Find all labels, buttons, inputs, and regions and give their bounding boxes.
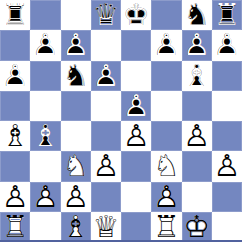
square-c6[interactable]: ♞♘ <box>61 61 91 91</box>
square-h8[interactable]: ♜♖ <box>212 0 242 30</box>
piece-black-pawn-g7[interactable]: ♟♙ <box>182 30 212 60</box>
piece-glyph-stroke: ♙ <box>61 30 91 60</box>
square-c2[interactable]: ♟♙ <box>61 182 91 212</box>
piece-white-rook-a1[interactable]: ♜♖ <box>0 212 30 242</box>
square-e8[interactable]: ♚♔ <box>121 0 151 30</box>
square-g2[interactable] <box>182 182 212 212</box>
square-a7[interactable] <box>0 30 30 60</box>
piece-glyph-stroke: ♘ <box>182 0 212 30</box>
square-d8[interactable]: ♛♕ <box>91 0 121 30</box>
square-f2[interactable]: ♟♙ <box>151 182 181 212</box>
piece-black-knight-g8[interactable]: ♞♘ <box>182 0 212 30</box>
square-g8[interactable]: ♞♘ <box>182 0 212 30</box>
piece-glyph-stroke: ♘ <box>151 151 181 181</box>
square-b4[interactable]: ♝♗ <box>30 121 60 151</box>
square-f1[interactable]: ♜♖ <box>151 212 181 242</box>
piece-glyph-stroke: ♙ <box>30 30 60 60</box>
piece-black-pawn-h7[interactable]: ♟♙ <box>212 30 242 60</box>
piece-black-pawn-d6[interactable]: ♟♙ <box>91 61 121 91</box>
piece-white-queen-d1[interactable]: ♛♕ <box>91 212 121 242</box>
piece-black-pawn-f7[interactable]: ♟♙ <box>151 30 181 60</box>
piece-white-rook-f1[interactable]: ♜♖ <box>151 212 181 242</box>
square-b8[interactable] <box>30 0 60 30</box>
chess-board-grid: ♜♖♛♕♚♔♞♘♜♖♟♙♟♙♟♙♟♙♟♙♟♙♞♘♟♙♝♗♟♙♝♗♝♗♟♙♟♙♞♘… <box>0 0 242 242</box>
piece-glyph-stroke: ♘ <box>61 61 91 91</box>
square-e2[interactable] <box>121 182 151 212</box>
piece-black-pawn-e5[interactable]: ♟♙ <box>121 91 151 121</box>
piece-white-pawn-c2[interactable]: ♟♙ <box>61 182 91 212</box>
square-c3[interactable]: ♞♘ <box>61 151 91 181</box>
piece-glyph-stroke: ♙ <box>61 182 91 212</box>
square-c1[interactable]: ♝♗ <box>61 212 91 242</box>
piece-white-pawn-h3[interactable]: ♟♙ <box>212 151 242 181</box>
square-g7[interactable]: ♟♙ <box>182 30 212 60</box>
square-f4[interactable] <box>151 121 181 151</box>
piece-white-pawn-b2[interactable]: ♟♙ <box>30 182 60 212</box>
square-a8[interactable]: ♜♖ <box>0 0 30 30</box>
piece-glyph-stroke: ♗ <box>61 212 91 242</box>
square-h5[interactable] <box>212 91 242 121</box>
square-b7[interactable]: ♟♙ <box>30 30 60 60</box>
square-e7[interactable] <box>121 30 151 60</box>
piece-glyph-stroke: ♗ <box>30 121 60 151</box>
square-d1[interactable]: ♛♕ <box>91 212 121 242</box>
square-f7[interactable]: ♟♙ <box>151 30 181 60</box>
square-g1[interactable]: ♚♔ <box>182 212 212 242</box>
square-e5[interactable]: ♟♙ <box>121 91 151 121</box>
square-b2[interactable]: ♟♙ <box>30 182 60 212</box>
piece-black-king-e8[interactable]: ♚♔ <box>121 0 151 30</box>
square-f5[interactable] <box>151 91 181 121</box>
piece-black-pawn-c7[interactable]: ♟♙ <box>61 30 91 60</box>
square-d3[interactable]: ♟♙ <box>91 151 121 181</box>
square-c5[interactable] <box>61 91 91 121</box>
piece-white-king-g1[interactable]: ♚♔ <box>182 212 212 242</box>
piece-black-pawn-b7[interactable]: ♟♙ <box>30 30 60 60</box>
square-f6[interactable] <box>151 61 181 91</box>
piece-glyph-stroke: ♙ <box>91 151 121 181</box>
piece-black-bishop-b4[interactable]: ♝♗ <box>30 121 60 151</box>
piece-white-bishop-c1[interactable]: ♝♗ <box>61 212 91 242</box>
square-e3[interactable] <box>121 151 151 181</box>
piece-glyph-stroke: ♙ <box>182 30 212 60</box>
piece-white-pawn-f2[interactable]: ♟♙ <box>151 182 181 212</box>
square-h3[interactable]: ♟♙ <box>212 151 242 181</box>
square-a4[interactable]: ♝♗ <box>0 121 30 151</box>
piece-black-queen-d8[interactable]: ♛♕ <box>91 0 121 30</box>
piece-glyph-stroke: ♙ <box>212 30 242 60</box>
square-h1[interactable] <box>212 212 242 242</box>
square-e1[interactable] <box>121 212 151 242</box>
piece-glyph-stroke: ♗ <box>0 121 30 151</box>
piece-black-knight-c6[interactable]: ♞♘ <box>61 61 91 91</box>
piece-black-rook-h8[interactable]: ♜♖ <box>212 0 242 30</box>
piece-black-rook-a8[interactable]: ♜♖ <box>0 0 30 30</box>
chess-board: ♜♖♛♕♚♔♞♘♜♖♟♙♟♙♟♙♟♙♟♙♟♙♞♘♟♙♝♗♟♙♝♗♝♗♟♙♟♙♞♘… <box>0 0 242 242</box>
square-d7[interactable] <box>91 30 121 60</box>
square-b6[interactable] <box>30 61 60 91</box>
piece-glyph-stroke: ♖ <box>212 0 242 30</box>
piece-glyph-stroke: ♙ <box>0 61 30 91</box>
square-a5[interactable] <box>0 91 30 121</box>
square-f8[interactable] <box>151 0 181 30</box>
square-g6[interactable]: ♝♗ <box>182 61 212 91</box>
square-g5[interactable] <box>182 91 212 121</box>
square-b1[interactable] <box>30 212 60 242</box>
piece-glyph-stroke: ♗ <box>182 61 212 91</box>
piece-white-pawn-d3[interactable]: ♟♙ <box>91 151 121 181</box>
square-d2[interactable] <box>91 182 121 212</box>
piece-glyph-stroke: ♙ <box>151 182 181 212</box>
piece-glyph-stroke: ♕ <box>91 0 121 30</box>
piece-glyph-stroke: ♙ <box>30 182 60 212</box>
piece-glyph-stroke: ♙ <box>0 182 30 212</box>
square-d6[interactable]: ♟♙ <box>91 61 121 91</box>
square-c4[interactable] <box>61 121 91 151</box>
piece-glyph-stroke: ♙ <box>121 91 151 121</box>
piece-glyph-stroke: ♖ <box>151 212 181 242</box>
square-b5[interactable] <box>30 91 60 121</box>
piece-white-knight-c3[interactable]: ♞♘ <box>61 151 91 181</box>
piece-white-knight-f3[interactable]: ♞♘ <box>151 151 181 181</box>
piece-white-pawn-a2[interactable]: ♟♙ <box>0 182 30 212</box>
piece-white-bishop-a4[interactable]: ♝♗ <box>0 121 30 151</box>
piece-glyph-stroke: ♙ <box>121 121 151 151</box>
square-g4[interactable]: ♟♙ <box>182 121 212 151</box>
square-c7[interactable]: ♟♙ <box>61 30 91 60</box>
square-h7[interactable]: ♟♙ <box>212 30 242 60</box>
square-e4[interactable]: ♟♙ <box>121 121 151 151</box>
square-h4[interactable] <box>212 121 242 151</box>
square-h6[interactable] <box>212 61 242 91</box>
square-f3[interactable]: ♞♘ <box>151 151 181 181</box>
piece-black-pawn-a6[interactable]: ♟♙ <box>0 61 30 91</box>
square-e6[interactable] <box>121 61 151 91</box>
piece-glyph-stroke: ♔ <box>121 0 151 30</box>
piece-glyph-stroke: ♔ <box>182 212 212 242</box>
square-a1[interactable]: ♜♖ <box>0 212 30 242</box>
square-h2[interactable] <box>212 182 242 212</box>
piece-glyph-stroke: ♙ <box>151 30 181 60</box>
square-g3[interactable] <box>182 151 212 181</box>
piece-glyph-stroke: ♕ <box>91 212 121 242</box>
piece-glyph-stroke: ♙ <box>91 61 121 91</box>
piece-black-bishop-g6[interactable]: ♝♗ <box>182 61 212 91</box>
piece-glyph-stroke: ♖ <box>0 212 30 242</box>
piece-glyph-stroke: ♙ <box>212 151 242 181</box>
square-d5[interactable] <box>91 91 121 121</box>
square-b3[interactable] <box>30 151 60 181</box>
square-a2[interactable]: ♟♙ <box>0 182 30 212</box>
square-d4[interactable] <box>91 121 121 151</box>
piece-white-pawn-e4[interactable]: ♟♙ <box>121 121 151 151</box>
piece-white-pawn-g4[interactable]: ♟♙ <box>182 121 212 151</box>
piece-glyph-stroke: ♖ <box>0 0 30 30</box>
piece-glyph-stroke: ♘ <box>61 151 91 181</box>
piece-glyph-stroke: ♙ <box>182 121 212 151</box>
square-c8[interactable] <box>61 0 91 30</box>
square-a6[interactable]: ♟♙ <box>0 61 30 91</box>
square-a3[interactable] <box>0 151 30 181</box>
